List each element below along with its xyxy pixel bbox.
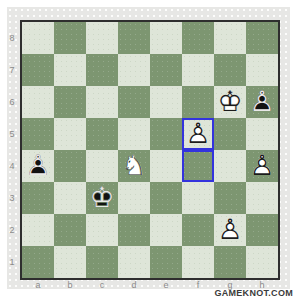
square-e8[interactable] (150, 22, 182, 54)
square-g1[interactable] (214, 246, 246, 278)
rank-label-1: 1 (6, 246, 18, 278)
piece-outline-glyph: ♔ (214, 86, 246, 118)
square-h2[interactable] (246, 214, 278, 246)
square-c7[interactable] (86, 54, 118, 86)
rank-label-5: 5 (6, 118, 18, 150)
rank-label-2: 2 (6, 214, 18, 246)
piece-outline-glyph: ♙ (22, 150, 54, 182)
file-label-a: a (22, 280, 54, 291)
white-pawn[interactable]: ♟♙ (214, 214, 246, 246)
square-f6[interactable] (182, 86, 214, 118)
rank-label-4: 4 (6, 150, 18, 182)
square-e6[interactable] (150, 86, 182, 118)
square-b6[interactable] (54, 86, 86, 118)
square-d2[interactable] (118, 214, 150, 246)
rank-label-3: 3 (6, 182, 18, 214)
square-h6[interactable]: ♟♙ (246, 86, 278, 118)
file-label-f: f (182, 280, 214, 291)
file-label-e: e (150, 280, 182, 291)
square-c1[interactable] (86, 246, 118, 278)
square-b1[interactable] (54, 246, 86, 278)
square-d6[interactable] (118, 86, 150, 118)
file-label-b: b (54, 280, 86, 291)
square-a4[interactable]: ♟♙ (22, 150, 54, 182)
piece-outline-glyph: ♙ (214, 214, 246, 246)
square-d5[interactable] (118, 118, 150, 150)
rank-label-8: 8 (6, 22, 18, 54)
file-label-c: c (86, 280, 118, 291)
square-a2[interactable] (22, 214, 54, 246)
square-e2[interactable] (150, 214, 182, 246)
white-king[interactable]: ♚♔ (214, 86, 246, 118)
square-f3[interactable] (182, 182, 214, 214)
square-b7[interactable] (54, 54, 86, 86)
square-f7[interactable] (182, 54, 214, 86)
square-a7[interactable] (22, 54, 54, 86)
piece-outline-glyph: ♙ (182, 118, 214, 150)
square-e4[interactable] (150, 150, 182, 182)
square-a8[interactable] (22, 22, 54, 54)
black-pawn[interactable]: ♟♙ (246, 86, 278, 118)
square-c6[interactable] (86, 86, 118, 118)
square-h7[interactable] (246, 54, 278, 86)
square-d7[interactable] (118, 54, 150, 86)
square-c3[interactable]: ♚♔ (86, 182, 118, 214)
square-g8[interactable] (214, 22, 246, 54)
square-a3[interactable] (22, 182, 54, 214)
piece-outline-glyph: ♘ (118, 150, 150, 182)
white-pawn[interactable]: ♟♙ (182, 118, 214, 150)
square-b8[interactable] (54, 22, 86, 54)
square-g4[interactable] (214, 150, 246, 182)
square-b5[interactable] (54, 118, 86, 150)
square-h4[interactable]: ♟♙ (246, 150, 278, 182)
square-d1[interactable] (118, 246, 150, 278)
square-c8[interactable] (86, 22, 118, 54)
square-b3[interactable] (54, 182, 86, 214)
square-f1[interactable] (182, 246, 214, 278)
chess-board: ♚♔♟♙♟♙♟♙♞♘♟♙♚♔♟♙ (20, 20, 280, 280)
square-a6[interactable] (22, 86, 54, 118)
white-knight[interactable]: ♞♘ (118, 150, 150, 182)
site-watermark: GAMEKNOT.COM (214, 288, 293, 298)
square-f4[interactable] (182, 150, 214, 182)
square-g7[interactable] (214, 54, 246, 86)
square-e5[interactable] (150, 118, 182, 150)
square-a5[interactable] (22, 118, 54, 150)
square-a1[interactable] (22, 246, 54, 278)
square-e1[interactable] (150, 246, 182, 278)
black-king[interactable]: ♚♔ (86, 182, 118, 214)
rank-labels: 87654321 (6, 22, 18, 278)
square-g6[interactable]: ♚♔ (214, 86, 246, 118)
square-g2[interactable]: ♟♙ (214, 214, 246, 246)
square-b2[interactable] (54, 214, 86, 246)
square-e3[interactable] (150, 182, 182, 214)
chess-diagram-page: 87654321 abcdefgh ♚♔♟♙♟♙♟♙♞♘♟♙♚♔♟♙ GAMEK… (0, 0, 300, 300)
square-g5[interactable] (214, 118, 246, 150)
square-h5[interactable] (246, 118, 278, 150)
square-d3[interactable] (118, 182, 150, 214)
square-c2[interactable] (86, 214, 118, 246)
piece-outline-glyph: ♔ (86, 182, 118, 214)
square-c4[interactable] (86, 150, 118, 182)
square-h3[interactable] (246, 182, 278, 214)
square-c5[interactable] (86, 118, 118, 150)
square-f5[interactable]: ♟♙ (182, 118, 214, 150)
square-f2[interactable] (182, 214, 214, 246)
square-h1[interactable] (246, 246, 278, 278)
square-g3[interactable] (214, 182, 246, 214)
rank-label-7: 7 (6, 54, 18, 86)
rank-label-6: 6 (6, 86, 18, 118)
square-f8[interactable] (182, 22, 214, 54)
square-d8[interactable] (118, 22, 150, 54)
white-pawn[interactable]: ♟♙ (246, 150, 278, 182)
square-e7[interactable] (150, 54, 182, 86)
file-label-d: d (118, 280, 150, 291)
square-b4[interactable] (54, 150, 86, 182)
piece-outline-glyph: ♙ (246, 86, 278, 118)
black-pawn[interactable]: ♟♙ (22, 150, 54, 182)
square-d4[interactable]: ♞♘ (118, 150, 150, 182)
piece-outline-glyph: ♙ (246, 150, 278, 182)
square-h8[interactable] (246, 22, 278, 54)
